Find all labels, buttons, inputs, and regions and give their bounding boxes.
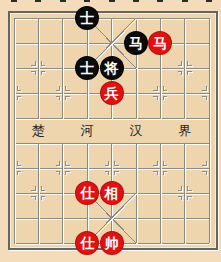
intersection-f3-r9[interactable]: 仕 xyxy=(75,231,99,256)
intersection-f7-r3[interactable] xyxy=(173,81,197,106)
intersection-f7-r0[interactable] xyxy=(173,6,197,31)
intersection-f6-r7[interactable] xyxy=(148,181,172,206)
intersection-f8-r6[interactable] xyxy=(197,156,221,181)
intersection-f5-r0[interactable] xyxy=(124,6,148,31)
intersection-f5-r7[interactable] xyxy=(124,181,148,206)
piece-red-pawn[interactable]: 兵 xyxy=(101,82,123,104)
intersection-f2-r7[interactable] xyxy=(51,181,75,206)
intersection-f6-r8[interactable] xyxy=(148,206,172,231)
intersection-f1-r1[interactable] xyxy=(26,31,50,56)
intersection-f4-r9[interactable]: 帅 xyxy=(99,231,123,256)
intersection-f6-r4[interactable] xyxy=(148,106,172,131)
intersection-f8-r2[interactable] xyxy=(197,56,221,81)
intersection-f8-r5[interactable] xyxy=(197,131,221,156)
intersection-f0-r2[interactable] xyxy=(2,56,26,81)
intersection-f6-r5[interactable] xyxy=(148,131,172,156)
piece-red-horse[interactable]: 马 xyxy=(149,32,171,54)
intersection-f7-r7[interactable] xyxy=(173,181,197,206)
intersection-f0-r6[interactable] xyxy=(2,156,26,181)
intersection-f1-r4[interactable] xyxy=(26,106,50,131)
intersection-f0-r7[interactable] xyxy=(2,181,26,206)
intersection-f5-r5[interactable] xyxy=(124,131,148,156)
intersection-f2-r9[interactable] xyxy=(51,231,75,256)
intersection-f4-r2[interactable]: 将 xyxy=(99,56,123,81)
intersection-f2-r8[interactable] xyxy=(51,206,75,231)
piece-black-general[interactable]: 将 xyxy=(101,57,123,79)
intersection-f0-r5[interactable] xyxy=(2,131,26,156)
intersection-f2-r3[interactable] xyxy=(51,81,75,106)
intersection-f1-r9[interactable] xyxy=(26,231,50,256)
intersection-f0-r8[interactable] xyxy=(2,206,26,231)
intersection-f4-r1[interactable] xyxy=(99,31,123,56)
piece-black-horse[interactable]: 马 xyxy=(125,32,147,54)
piece-red-general[interactable]: 帅 xyxy=(101,232,123,254)
intersection-f7-r9[interactable] xyxy=(173,231,197,256)
intersection-f7-r1[interactable] xyxy=(173,31,197,56)
intersection-f2-r5[interactable] xyxy=(51,131,75,156)
intersection-f4-r8[interactable] xyxy=(99,206,123,231)
intersection-f4-r7[interactable]: 相 xyxy=(99,181,123,206)
intersection-f5-r9[interactable] xyxy=(124,231,148,256)
intersection-f4-r6[interactable] xyxy=(99,156,123,181)
intersection-f6-r2[interactable] xyxy=(148,56,172,81)
intersection-f8-r0[interactable] xyxy=(197,6,221,31)
intersection-f0-r1[interactable] xyxy=(2,31,26,56)
intersection-f3-r5[interactable] xyxy=(75,131,99,156)
intersection-f2-r1[interactable] xyxy=(51,31,75,56)
intersection-f0-r3[interactable] xyxy=(2,81,26,106)
intersection-f5-r4[interactable] xyxy=(124,106,148,131)
intersection-f8-r7[interactable] xyxy=(197,181,221,206)
intersection-f8-r1[interactable] xyxy=(197,31,221,56)
intersection-f7-r6[interactable] xyxy=(173,156,197,181)
intersection-f7-r8[interactable] xyxy=(173,206,197,231)
intersection-f8-r8[interactable] xyxy=(197,206,221,231)
intersection-f7-r5[interactable] xyxy=(173,131,197,156)
intersection-f6-r3[interactable] xyxy=(148,81,172,106)
intersection-f3-r4[interactable] xyxy=(75,106,99,131)
intersection-f3-r6[interactable] xyxy=(75,156,99,181)
intersection-f7-r2[interactable] xyxy=(173,56,197,81)
intersection-f2-r2[interactable] xyxy=(51,56,75,81)
intersection-f6-r9[interactable] xyxy=(148,231,172,256)
intersection-f2-r0[interactable] xyxy=(51,6,75,31)
intersection-f1-r5[interactable] xyxy=(26,131,50,156)
intersection-f1-r6[interactable] xyxy=(26,156,50,181)
intersection-f5-r3[interactable] xyxy=(124,81,148,106)
board[interactable]: 士马马士将兵仕相仕帅 xyxy=(2,6,221,256)
intersection-f0-r4[interactable] xyxy=(2,106,26,131)
piece-red-advisor[interactable]: 仕 xyxy=(76,232,98,254)
intersection-f1-r3[interactable] xyxy=(26,81,50,106)
intersection-f6-r0[interactable] xyxy=(148,6,172,31)
intersection-f4-r0[interactable] xyxy=(99,6,123,31)
intersection-f1-r2[interactable] xyxy=(26,56,50,81)
intersection-f4-r5[interactable] xyxy=(99,131,123,156)
intersection-f7-r4[interactable] xyxy=(173,106,197,131)
intersection-f8-r3[interactable] xyxy=(197,81,221,106)
intersection-f4-r4[interactable] xyxy=(99,106,123,131)
intersection-f5-r6[interactable] xyxy=(124,156,148,181)
xiangqi-board-screen: 楚 河 汉 界 士马马士将兵仕相仕帅 xyxy=(0,0,221,262)
piece-red-advisor[interactable]: 仕 xyxy=(76,182,98,204)
intersection-f3-r0[interactable]: 士 xyxy=(75,6,99,31)
intersection-f2-r4[interactable] xyxy=(51,106,75,131)
intersection-f5-r2[interactable] xyxy=(124,56,148,81)
intersection-f8-r9[interactable] xyxy=(197,231,221,256)
intersection-f4-r3[interactable]: 兵 xyxy=(99,81,123,106)
intersection-f3-r2[interactable]: 士 xyxy=(75,56,99,81)
intersection-f1-r8[interactable] xyxy=(26,206,50,231)
intersection-f5-r1[interactable]: 马 xyxy=(124,31,148,56)
piece-black-advisor[interactable]: 士 xyxy=(76,7,98,29)
intersection-f6-r6[interactable] xyxy=(148,156,172,181)
intersection-f2-r6[interactable] xyxy=(51,156,75,181)
intersection-f8-r4[interactable] xyxy=(197,106,221,131)
intersection-f5-r8[interactable] xyxy=(124,206,148,231)
intersection-f3-r8[interactable] xyxy=(75,206,99,231)
intersection-f3-r7[interactable]: 仕 xyxy=(75,181,99,206)
intersection-f3-r3[interactable] xyxy=(75,81,99,106)
piece-red-elephant[interactable]: 相 xyxy=(101,182,123,204)
intersection-f1-r7[interactable] xyxy=(26,181,50,206)
intersection-f3-r1[interactable] xyxy=(75,31,99,56)
intersection-f6-r1[interactable]: 马 xyxy=(148,31,172,56)
intersection-f1-r0[interactable] xyxy=(26,6,50,31)
intersection-f0-r0[interactable] xyxy=(2,6,26,31)
intersection-f0-r9[interactable] xyxy=(2,231,26,256)
piece-black-advisor[interactable]: 士 xyxy=(76,57,98,79)
